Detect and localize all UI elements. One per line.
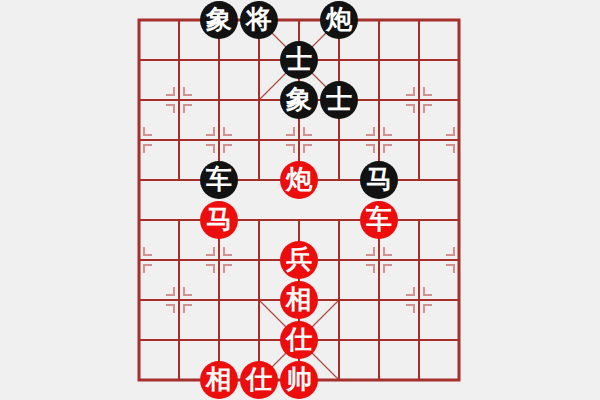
piece-black-elephant[interactable]: 象 (199, 0, 239, 40)
piece-red-horse[interactable]: 马 (199, 200, 239, 240)
pieces-layer: 象将炮士象士车炮马马车兵相仕相仕帅 (119, 0, 479, 400)
piece-red-chariot[interactable]: 车 (359, 200, 399, 240)
piece-black-advisor[interactable]: 士 (279, 40, 319, 80)
piece-glyph: 兵 (280, 241, 318, 279)
piece-red-elephant[interactable]: 相 (279, 280, 319, 320)
piece-glyph: 仕 (280, 321, 318, 359)
piece-glyph: 仕 (240, 361, 278, 399)
piece-red-soldier[interactable]: 兵 (279, 240, 319, 280)
piece-glyph: 将 (240, 1, 278, 39)
piece-glyph: 相 (280, 281, 318, 319)
piece-red-advisor[interactable]: 仕 (279, 320, 319, 360)
piece-glyph: 马 (200, 201, 238, 239)
piece-black-advisor[interactable]: 士 (319, 80, 359, 120)
piece-black-elephant[interactable]: 象 (279, 80, 319, 120)
piece-glyph: 炮 (320, 1, 358, 39)
piece-glyph: 炮 (280, 161, 318, 199)
piece-black-cannon[interactable]: 炮 (319, 0, 359, 40)
piece-glyph: 士 (320, 81, 358, 119)
piece-glyph: 帅 (280, 361, 318, 399)
piece-red-advisor[interactable]: 仕 (239, 360, 279, 400)
xiangqi-board: 象将炮士象士车炮马马车兵相仕相仕帅 (0, 0, 600, 400)
piece-glyph: 车 (200, 161, 238, 199)
piece-glyph: 车 (360, 201, 398, 239)
piece-glyph: 马 (360, 161, 398, 199)
piece-glyph: 士 (280, 41, 318, 79)
piece-black-chariot[interactable]: 车 (199, 160, 239, 200)
piece-glyph: 象 (200, 1, 238, 39)
piece-black-horse[interactable]: 马 (359, 160, 399, 200)
piece-red-general[interactable]: 帅 (279, 360, 319, 400)
piece-red-elephant[interactable]: 相 (199, 360, 239, 400)
piece-glyph: 象 (280, 81, 318, 119)
piece-red-cannon[interactable]: 炮 (279, 160, 319, 200)
piece-black-general[interactable]: 将 (239, 0, 279, 40)
piece-glyph: 相 (200, 361, 238, 399)
